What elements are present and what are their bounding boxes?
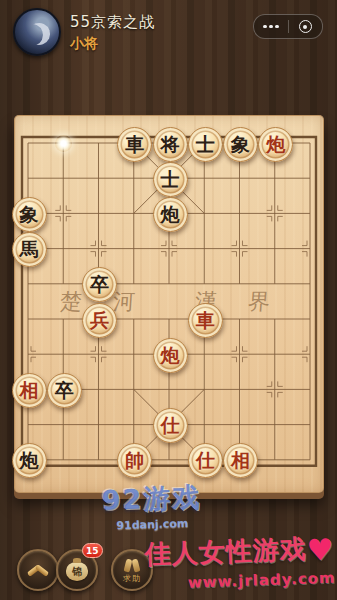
player-avatar[interactable] (13, 8, 61, 56)
ask-help-button[interactable]: 求助 (111, 549, 153, 591)
piece-black-cannon[interactable]: 炮 (153, 197, 188, 232)
watermark-pink-text: 佳人女性游戏 (144, 534, 307, 570)
chevron-up-icon (27, 563, 49, 577)
ellipsis-icon (263, 25, 279, 29)
heart-icon: ♥ (306, 532, 335, 568)
piece-red-general[interactable]: 帥 (117, 443, 152, 478)
piece-black-horse[interactable]: 馬 (12, 232, 47, 267)
piece-black-advisor[interactable]: 士 (188, 127, 223, 162)
piece-red-elephant[interactable]: 相 (223, 443, 258, 478)
more-menu-button[interactable] (254, 15, 288, 38)
piece-red-cannon[interactable]: 炮 (258, 127, 293, 162)
praying-hands-icon (123, 559, 141, 572)
last-move-sparkle (55, 135, 72, 152)
piece-black-general[interactable]: 将 (153, 127, 188, 162)
piece-red-cannon[interactable]: 炮 (153, 338, 188, 373)
hint-count-badge: 15 (82, 543, 103, 558)
target-circle-icon (299, 20, 312, 33)
rank-subtitle: 小将 (70, 35, 98, 53)
piece-layer: 車将士象炮士象炮馬卒兵車炮相卒仕炮帥仕相 (14, 115, 324, 493)
piece-red-advisor[interactable]: 仕 (188, 443, 223, 478)
expand-button[interactable] (17, 549, 59, 591)
piece-red-chariot[interactable]: 車 (188, 303, 223, 338)
close-minimize-button[interactable] (289, 15, 323, 38)
help-label: 求助 (123, 573, 141, 584)
piece-black-advisor[interactable]: 士 (153, 162, 188, 197)
watermark-pink-url: www.jrlady.com (146, 569, 336, 594)
piece-black-elephant[interactable]: 象 (223, 127, 258, 162)
piece-black-soldier[interactable]: 卒 (82, 267, 117, 302)
watermark-blue-url: 91danj.com (102, 516, 202, 532)
level-title: 55京索之战 (70, 13, 155, 32)
wechat-capsule (253, 14, 323, 39)
xiangqi-board[interactable]: 楚 河 漢 界 車将士象炮士象炮馬卒兵車炮相卒仕炮帥仕相 92游戏 91danj… (14, 115, 324, 493)
piece-black-elephant[interactable]: 象 (12, 197, 47, 232)
piece-red-soldier[interactable]: 兵 (82, 303, 117, 338)
piece-black-chariot[interactable]: 車 (117, 127, 152, 162)
piece-red-elephant[interactable]: 相 (12, 373, 47, 408)
money-bag-icon: 锦 (66, 562, 88, 581)
piece-black-cannon[interactable]: 炮 (12, 443, 47, 478)
piece-black-soldier[interactable]: 卒 (47, 373, 82, 408)
watermark-pink: 佳人女性游戏♥ www.jrlady.com (144, 531, 336, 594)
piece-red-advisor[interactable]: 仕 (153, 408, 188, 443)
